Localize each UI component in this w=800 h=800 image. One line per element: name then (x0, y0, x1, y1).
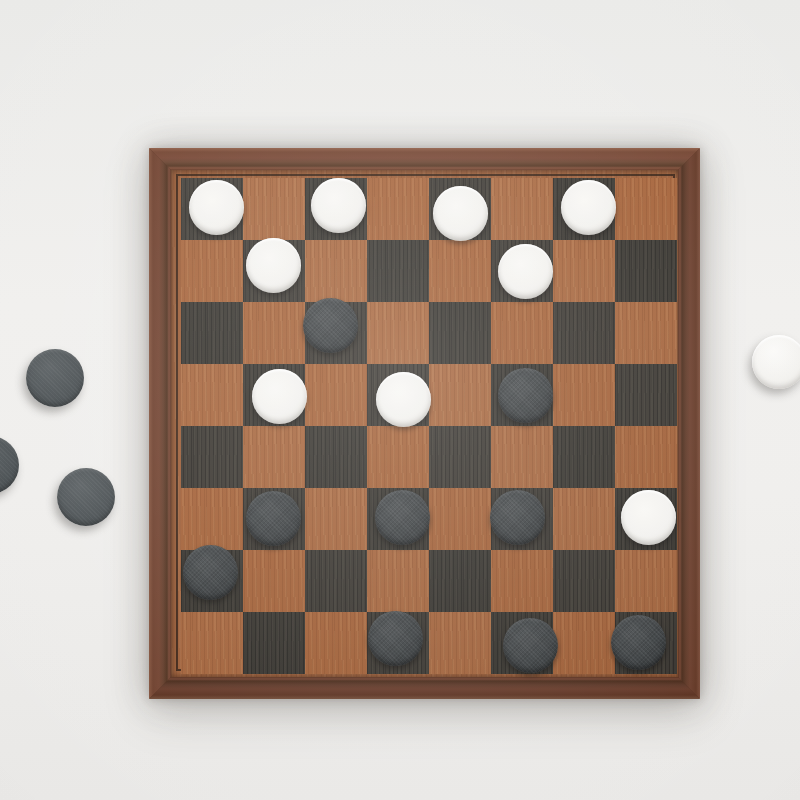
white-checker[interactable] (376, 372, 431, 427)
black-checker[interactable] (246, 491, 301, 546)
off-board-white-checker[interactable] (752, 335, 800, 389)
square-r3-c5-dark[interactable] (429, 302, 491, 364)
square-r6-c3-light[interactable] (305, 488, 367, 550)
square-r5-c7-dark[interactable] (553, 426, 615, 488)
square-r8-c7-light[interactable] (553, 612, 615, 674)
square-r7-c6-light[interactable] (491, 550, 553, 612)
off-board-black-checker[interactable] (57, 468, 115, 526)
square-r5-c5-dark[interactable] (429, 426, 491, 488)
square-r3-c8-light[interactable] (615, 302, 677, 364)
white-checker[interactable] (311, 178, 366, 233)
square-r2-c3-light[interactable] (305, 240, 367, 302)
black-checker[interactable] (368, 611, 423, 666)
square-r2-c5-light[interactable] (429, 240, 491, 302)
black-checker[interactable] (490, 490, 545, 545)
white-checker[interactable] (246, 238, 301, 293)
square-r1-c2-light[interactable] (243, 178, 305, 240)
white-checker[interactable] (433, 186, 488, 241)
square-r6-c7-light[interactable] (553, 488, 615, 550)
square-r7-c7-dark[interactable] (553, 550, 615, 612)
square-r4-c8-dark[interactable] (615, 364, 677, 426)
square-r7-c2-light[interactable] (243, 550, 305, 612)
square-r8-c1-light[interactable] (181, 612, 243, 674)
square-r2-c1-light[interactable] (181, 240, 243, 302)
black-checker[interactable] (611, 615, 666, 670)
square-r2-c4-dark[interactable] (367, 240, 429, 302)
square-r6-c5-light[interactable] (429, 488, 491, 550)
square-r7-c5-dark[interactable] (429, 550, 491, 612)
white-checker[interactable] (252, 369, 307, 424)
white-checker[interactable] (189, 180, 244, 235)
black-checker[interactable] (183, 545, 238, 600)
square-r3-c7-dark[interactable] (553, 302, 615, 364)
black-checker[interactable] (375, 490, 430, 545)
square-r6-c1-light[interactable] (181, 488, 243, 550)
square-r3-c1-dark[interactable] (181, 302, 243, 364)
square-r5-c1-dark[interactable] (181, 426, 243, 488)
off-board-black-checker[interactable] (0, 436, 19, 494)
square-r4-c3-light[interactable] (305, 364, 367, 426)
square-r1-c6-light[interactable] (491, 178, 553, 240)
black-checker[interactable] (503, 618, 558, 673)
square-r8-c3-light[interactable] (305, 612, 367, 674)
square-r4-c5-light[interactable] (429, 364, 491, 426)
square-r7-c8-light[interactable] (615, 550, 677, 612)
square-r1-c4-light[interactable] (367, 178, 429, 240)
square-r5-c6-light[interactable] (491, 426, 553, 488)
square-r3-c4-light[interactable] (367, 302, 429, 364)
off-board-black-checker[interactable] (26, 349, 84, 407)
scene-background (0, 0, 800, 800)
square-r5-c2-light[interactable] (243, 426, 305, 488)
square-r5-c8-light[interactable] (615, 426, 677, 488)
square-r5-c3-dark[interactable] (305, 426, 367, 488)
white-checker[interactable] (561, 180, 616, 235)
square-r7-c4-light[interactable] (367, 550, 429, 612)
square-r2-c7-light[interactable] (553, 240, 615, 302)
black-checker[interactable] (498, 368, 553, 423)
black-checker[interactable] (303, 298, 358, 353)
square-r4-c7-light[interactable] (553, 364, 615, 426)
white-checker[interactable] (621, 490, 676, 545)
square-r1-c8-light[interactable] (615, 178, 677, 240)
square-r4-c1-light[interactable] (181, 364, 243, 426)
square-r2-c8-dark[interactable] (615, 240, 677, 302)
white-checker[interactable] (498, 244, 553, 299)
square-r3-c2-light[interactable] (243, 302, 305, 364)
square-r8-c5-light[interactable] (429, 612, 491, 674)
square-r5-c4-light[interactable] (367, 426, 429, 488)
square-r7-c3-dark[interactable] (305, 550, 367, 612)
square-r8-c2-dark[interactable] (243, 612, 305, 674)
square-r3-c6-light[interactable] (491, 302, 553, 364)
